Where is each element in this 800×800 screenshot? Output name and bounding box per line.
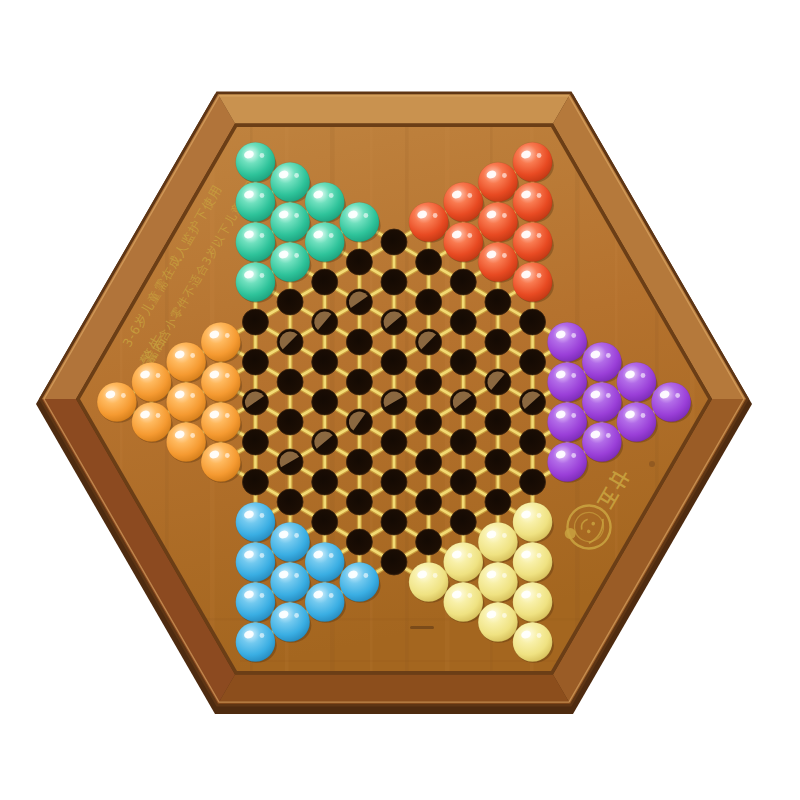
board-hole[interactable] (381, 469, 407, 495)
marble-ball (270, 202, 310, 242)
board-hole[interactable] (242, 469, 268, 495)
board-hole[interactable] (416, 489, 442, 515)
marble-highlight-small (329, 193, 334, 198)
board-hole[interactable] (416, 449, 442, 475)
marble-ball (270, 602, 310, 642)
marble-highlight-small (260, 593, 265, 598)
board-hole[interactable] (242, 309, 268, 335)
marble-highlight-small (260, 633, 265, 638)
marble-ball (443, 182, 483, 222)
marble-highlight-small (502, 213, 507, 218)
marble-ball (443, 582, 483, 622)
marble-highlight-small (294, 173, 299, 178)
board-hole[interactable] (277, 409, 303, 435)
board-hole[interactable] (416, 529, 442, 555)
marble-ball (201, 442, 241, 482)
marble-ball (547, 362, 587, 402)
marble-highlight-small (260, 273, 265, 278)
marble-highlight-small (502, 533, 507, 538)
marble-ball (201, 322, 241, 362)
board-hole[interactable] (416, 249, 442, 275)
marble-ball (340, 562, 380, 602)
marble-ball (582, 342, 622, 382)
marble-highlight-small (467, 593, 472, 598)
marble-ball (582, 382, 622, 422)
marble-ball (513, 502, 553, 542)
board-hole[interactable] (312, 269, 338, 295)
board-hole[interactable] (277, 369, 303, 395)
marble-highlight-small (467, 233, 472, 238)
marble-ball (409, 562, 449, 602)
marble-ball (270, 522, 310, 562)
marble-ball (340, 202, 380, 242)
marble-ball (513, 262, 553, 302)
rim-top (218, 94, 570, 123)
marble-highlight-small (537, 553, 542, 558)
board-hole[interactable] (381, 549, 407, 575)
marble-ball (166, 422, 206, 462)
marble-ball (236, 622, 276, 662)
marble-highlight-small (121, 393, 126, 398)
marble-highlight-small (156, 373, 161, 378)
marble-ball (478, 602, 518, 642)
marble-highlight-small (433, 573, 438, 578)
marble-ball (443, 222, 483, 262)
marble-ball (547, 322, 587, 362)
marble-highlight-small (329, 593, 334, 598)
marble-highlight-small (537, 273, 542, 278)
marble-ball (547, 402, 587, 442)
marble-ball (651, 382, 691, 422)
marble-highlight-small (502, 573, 507, 578)
wood-knot-dash (410, 626, 434, 629)
marble-highlight-small (433, 213, 438, 218)
board-hole[interactable] (312, 509, 338, 535)
marble-ball (305, 542, 345, 582)
marble-highlight-small (260, 513, 265, 518)
board-hole[interactable] (312, 469, 338, 495)
marble-highlight-small (225, 453, 230, 458)
marble-ball (201, 402, 241, 442)
marble-ball (270, 162, 310, 202)
marble-ball (513, 182, 553, 222)
marble-ball (513, 542, 553, 582)
board-hole[interactable] (450, 309, 476, 335)
marble-ball (270, 242, 310, 282)
marble-ball (236, 142, 276, 182)
grain-streak (370, 94, 373, 706)
board-hole[interactable] (381, 229, 407, 255)
marble-ball (478, 162, 518, 202)
marble-ball (478, 562, 518, 602)
marble-highlight-small (190, 393, 195, 398)
board-hole[interactable] (520, 309, 546, 335)
marble-highlight-small (190, 353, 195, 358)
board-hole[interactable] (485, 289, 511, 315)
marble-highlight-small (537, 593, 542, 598)
marble-highlight-small (537, 633, 542, 638)
board-hole[interactable] (450, 429, 476, 455)
marble-highlight-small (606, 433, 611, 438)
marble-highlight-small (537, 153, 542, 158)
marble-highlight-small (260, 233, 265, 238)
board-hole[interactable] (381, 349, 407, 375)
marble-highlight-small (294, 533, 299, 538)
marble-ball (478, 522, 518, 562)
marble-ball (409, 202, 449, 242)
board-hole[interactable] (416, 369, 442, 395)
marble-highlight-small (502, 613, 507, 618)
board-hole[interactable] (242, 429, 268, 455)
marble-highlight-small (363, 213, 368, 218)
marble-ball (513, 222, 553, 262)
marble-highlight-small (294, 213, 299, 218)
marble-highlight-small (225, 413, 230, 418)
marble-highlight-small (571, 413, 576, 418)
marble-highlight-small (225, 373, 230, 378)
marble-highlight-small (294, 573, 299, 578)
marble-ball (97, 382, 137, 422)
marble-highlight-small (260, 153, 265, 158)
product-photo: 3-6岁儿童需在成人监护下使用 本产品内含小零件不适合3岁以下儿童使用 警告 廿… (0, 0, 800, 800)
marble-ball (617, 362, 657, 402)
marble-highlight-small (571, 453, 576, 458)
board-hole[interactable] (485, 449, 511, 475)
board-hole[interactable] (450, 509, 476, 535)
board-hole[interactable] (450, 269, 476, 295)
board-hole[interactable] (277, 289, 303, 315)
marble-ball (166, 342, 206, 382)
board-hole[interactable] (346, 489, 372, 515)
marble-highlight-small (260, 193, 265, 198)
marble-ball (582, 422, 622, 462)
marble-highlight-small (294, 253, 299, 258)
board-hole[interactable] (485, 409, 511, 435)
marble-ball (236, 222, 276, 262)
marble-ball (513, 142, 553, 182)
board-hole[interactable] (381, 429, 407, 455)
board-hole[interactable] (277, 489, 303, 515)
marble-highlight-small (363, 573, 368, 578)
rim-bottom (218, 674, 570, 703)
board-hole[interactable] (346, 529, 372, 555)
marble-highlight-small (294, 613, 299, 618)
board-hole[interactable] (450, 349, 476, 375)
marble-highlight-small (467, 193, 472, 198)
marble-highlight-small (190, 433, 195, 438)
board-hole[interactable] (346, 329, 372, 355)
marble-highlight-small (537, 513, 542, 518)
board-hole[interactable] (520, 429, 546, 455)
marble-highlight-small (225, 333, 230, 338)
marble-highlight-small (502, 253, 507, 258)
marble-highlight-small (537, 233, 542, 238)
marble-highlight-small (156, 413, 161, 418)
marble-ball (513, 622, 553, 662)
board-hole[interactable] (312, 389, 338, 415)
board-hole[interactable] (520, 469, 546, 495)
chinese-checkers-board: 3-6岁儿童需在成人监护下使用 本产品内含小零件不适合3岁以下儿童使用 警告 廿… (0, 0, 800, 800)
board-hole[interactable] (346, 369, 372, 395)
marble-ball (443, 542, 483, 582)
board-hole[interactable] (416, 289, 442, 315)
marble-highlight-small (606, 393, 611, 398)
board-hole[interactable] (450, 469, 476, 495)
marble-highlight-small (641, 373, 646, 378)
marble-ball (270, 562, 310, 602)
board-hole[interactable] (346, 249, 372, 275)
marble-ball (478, 242, 518, 282)
marble-highlight-small (571, 373, 576, 378)
board-hole[interactable] (485, 489, 511, 515)
board-hole[interactable] (242, 349, 268, 375)
wood-knot (649, 461, 655, 467)
marble-ball (513, 582, 553, 622)
marble-ball (201, 362, 241, 402)
marble-ball (305, 582, 345, 622)
grain-streak (170, 618, 630, 621)
marble-highlight-small (606, 353, 611, 358)
marble-highlight-small (502, 173, 507, 178)
marble-ball (166, 382, 206, 422)
marble-ball (236, 182, 276, 222)
marble-highlight-small (571, 333, 576, 338)
marble-ball (305, 222, 345, 262)
board-hole[interactable] (381, 269, 407, 295)
board-hole[interactable] (346, 449, 372, 475)
marble-ball (236, 262, 276, 302)
marble-highlight-small (537, 193, 542, 198)
board-hole[interactable] (381, 509, 407, 535)
marble-highlight-small (641, 413, 646, 418)
marble-ball (236, 542, 276, 582)
board-hole[interactable] (312, 349, 338, 375)
marble-ball (305, 182, 345, 222)
marble-ball (236, 582, 276, 622)
marble-highlight-small (675, 393, 680, 398)
marble-highlight-small (467, 553, 472, 558)
marble-ball (478, 202, 518, 242)
marble-ball (617, 402, 657, 442)
board-hole[interactable] (416, 409, 442, 435)
marble-highlight-small (329, 233, 334, 238)
board-hole[interactable] (485, 329, 511, 355)
marble-ball (132, 362, 172, 402)
marble-ball (547, 442, 587, 482)
marble-ball (236, 502, 276, 542)
board-hole[interactable] (520, 349, 546, 375)
marble-highlight-small (260, 553, 265, 558)
marble-highlight-small (329, 553, 334, 558)
marble-ball (132, 402, 172, 442)
